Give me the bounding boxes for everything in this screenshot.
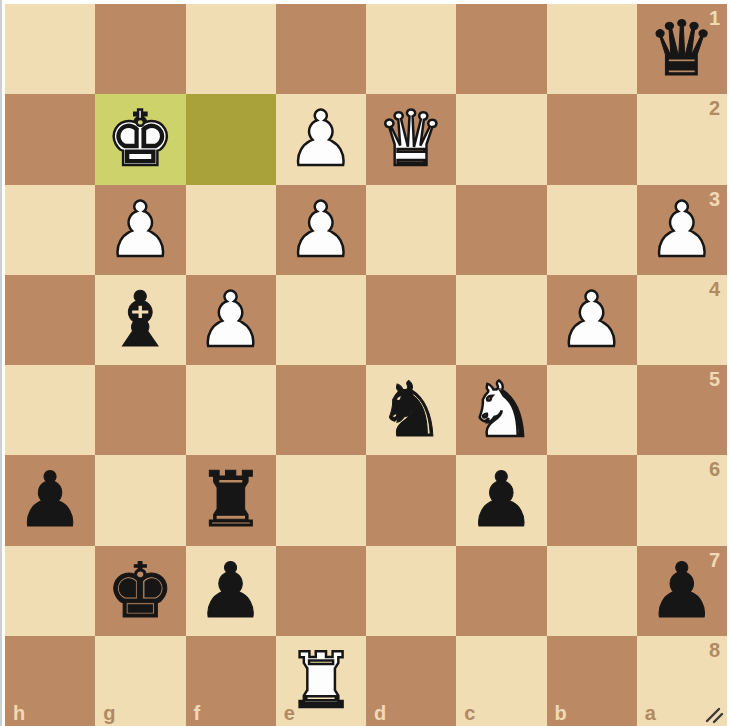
square-h5[interactable] xyxy=(5,365,95,455)
square-g1[interactable] xyxy=(95,4,185,94)
square-d8[interactable]: d xyxy=(366,636,456,726)
square-b6[interactable] xyxy=(547,455,637,545)
square-h6[interactable]: ♟ xyxy=(5,455,95,545)
square-g2[interactable]: ♚ xyxy=(95,94,185,184)
file-label-a: a xyxy=(645,703,656,723)
square-g8[interactable]: g xyxy=(95,636,185,726)
square-d5[interactable]: ♞ xyxy=(366,365,456,455)
square-b1[interactable] xyxy=(547,4,637,94)
square-a6[interactable]: 6 xyxy=(637,455,727,545)
square-f1[interactable] xyxy=(186,4,276,94)
piece-black-knight[interactable]: ♞ xyxy=(377,372,445,448)
square-c5[interactable]: ♞ xyxy=(456,365,546,455)
square-f5[interactable] xyxy=(186,365,276,455)
square-e7[interactable] xyxy=(276,546,366,636)
piece-white-pawn[interactable]: ♟ xyxy=(197,282,265,358)
piece-white-pawn[interactable]: ♟ xyxy=(287,101,355,177)
square-a4[interactable]: 4 xyxy=(637,275,727,365)
square-h4[interactable] xyxy=(5,275,95,365)
square-f7[interactable]: ♟ xyxy=(186,546,276,636)
square-d3[interactable] xyxy=(366,185,456,275)
file-label-h: h xyxy=(13,703,25,723)
square-h1[interactable] xyxy=(5,4,95,94)
rank-label-6: 6 xyxy=(709,459,720,479)
square-a2[interactable]: 2 xyxy=(637,94,727,184)
square-e3[interactable]: ♟ xyxy=(276,185,366,275)
file-label-f: f xyxy=(194,703,201,723)
square-a5[interactable]: 5 xyxy=(637,365,727,455)
square-c8[interactable]: c xyxy=(456,636,546,726)
square-h7[interactable] xyxy=(5,546,95,636)
square-h8[interactable]: h xyxy=(5,636,95,726)
square-g3[interactable]: ♟ xyxy=(95,185,185,275)
square-a7[interactable]: 7♟ xyxy=(637,546,727,636)
piece-black-pawn[interactable]: ♟ xyxy=(16,462,84,538)
piece-white-pawn[interactable]: ♟ xyxy=(648,192,716,268)
piece-white-pawn[interactable]: ♟ xyxy=(558,282,626,358)
square-f8[interactable]: f xyxy=(186,636,276,726)
square-f2[interactable] xyxy=(186,94,276,184)
square-b3[interactable] xyxy=(547,185,637,275)
square-g6[interactable] xyxy=(95,455,185,545)
square-d7[interactable] xyxy=(366,546,456,636)
piece-black-pawn[interactable]: ♟ xyxy=(197,553,265,629)
square-e6[interactable] xyxy=(276,455,366,545)
square-c7[interactable] xyxy=(456,546,546,636)
rank-label-4: 4 xyxy=(709,279,720,299)
square-e2[interactable]: ♟ xyxy=(276,94,366,184)
piece-black-pawn[interactable]: ♟ xyxy=(648,553,716,629)
square-d1[interactable] xyxy=(366,4,456,94)
square-b2[interactable] xyxy=(547,94,637,184)
square-f3[interactable] xyxy=(186,185,276,275)
piece-white-pawn[interactable]: ♟ xyxy=(287,192,355,268)
chess-board: 1♛♚♟♛2♟♟3♟♝♟♟4♞♞5♟♜♟6♚♟7♟hgfe♜dcb8a xyxy=(5,4,727,726)
window-edge-line xyxy=(0,0,2,726)
square-e5[interactable] xyxy=(276,365,366,455)
square-c4[interactable] xyxy=(456,275,546,365)
square-b7[interactable] xyxy=(547,546,637,636)
square-f4[interactable]: ♟ xyxy=(186,275,276,365)
resize-handle-icon[interactable] xyxy=(704,704,724,724)
piece-white-king[interactable]: ♚ xyxy=(106,101,174,177)
rank-label-8: 8 xyxy=(709,640,720,660)
square-c3[interactable] xyxy=(456,185,546,275)
square-c2[interactable] xyxy=(456,94,546,184)
square-g4[interactable]: ♝ xyxy=(95,275,185,365)
piece-white-pawn[interactable]: ♟ xyxy=(106,192,174,268)
rank-label-2: 2 xyxy=(709,98,720,118)
piece-white-knight[interactable]: ♞ xyxy=(467,372,535,448)
square-a3[interactable]: 3♟ xyxy=(637,185,727,275)
file-label-b: b xyxy=(555,703,567,723)
square-b4[interactable]: ♟ xyxy=(547,275,637,365)
file-label-c: c xyxy=(464,703,475,723)
square-h2[interactable] xyxy=(5,94,95,184)
piece-black-king[interactable]: ♚ xyxy=(106,553,174,629)
square-e8[interactable]: e♜ xyxy=(276,636,366,726)
piece-black-rook[interactable]: ♜ xyxy=(197,462,265,538)
square-b8[interactable]: b xyxy=(547,636,637,726)
square-c1[interactable] xyxy=(456,4,546,94)
square-f6[interactable]: ♜ xyxy=(186,455,276,545)
square-a1[interactable]: 1♛ xyxy=(637,4,727,94)
piece-white-rook[interactable]: ♜ xyxy=(287,643,355,719)
file-label-d: d xyxy=(374,703,386,723)
square-e1[interactable] xyxy=(276,4,366,94)
piece-black-pawn[interactable]: ♟ xyxy=(467,462,535,538)
file-label-g: g xyxy=(103,703,115,723)
square-h3[interactable] xyxy=(5,185,95,275)
rank-label-5: 5 xyxy=(709,369,720,389)
square-g5[interactable] xyxy=(95,365,185,455)
piece-black-queen[interactable]: ♛ xyxy=(648,11,716,87)
square-d4[interactable] xyxy=(366,275,456,365)
square-d6[interactable] xyxy=(366,455,456,545)
square-d2[interactable]: ♛ xyxy=(366,94,456,184)
square-c6[interactable]: ♟ xyxy=(456,455,546,545)
piece-black-bishop[interactable]: ♝ xyxy=(106,282,174,358)
square-g7[interactable]: ♚ xyxy=(95,546,185,636)
square-b5[interactable] xyxy=(547,365,637,455)
square-e4[interactable] xyxy=(276,275,366,365)
piece-white-queen[interactable]: ♛ xyxy=(377,101,445,177)
